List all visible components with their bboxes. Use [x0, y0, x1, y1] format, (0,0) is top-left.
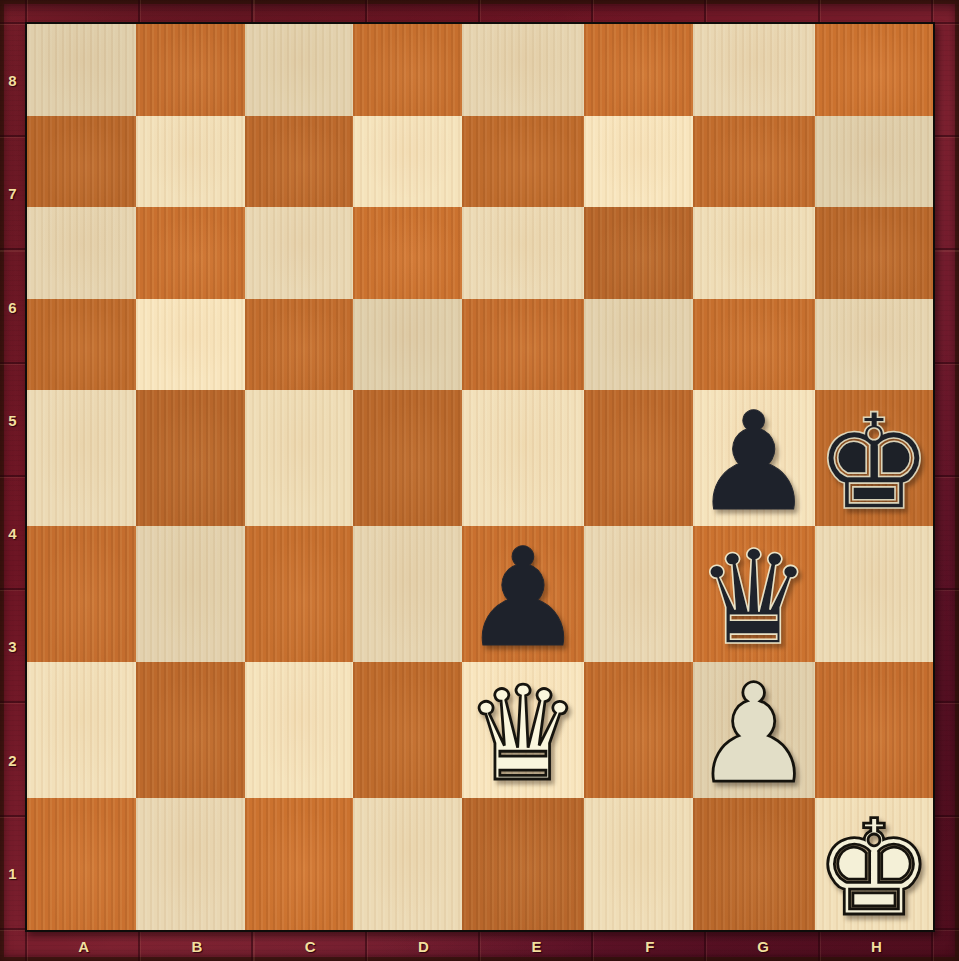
square-h4[interactable]: ♚	[815, 390, 933, 526]
square-c7[interactable]	[245, 116, 354, 208]
square-a1[interactable]	[27, 798, 136, 930]
square-h1[interactable]: ♚	[815, 798, 933, 930]
square-d6[interactable]	[353, 207, 462, 299]
square-g3[interactable]: ♛	[693, 526, 815, 662]
square-c6[interactable]	[245, 207, 354, 299]
square-d1[interactable]	[353, 798, 462, 930]
square-f6[interactable]	[584, 207, 693, 299]
square-h8[interactable]	[815, 24, 933, 116]
square-b8[interactable]	[136, 24, 245, 116]
square-h3[interactable]	[815, 526, 933, 662]
square-c4[interactable]	[245, 390, 354, 526]
square-e8[interactable]	[462, 24, 584, 116]
square-f7[interactable]	[584, 116, 693, 208]
file-label-a: A	[27, 938, 140, 955]
square-f3[interactable]	[584, 526, 693, 662]
square-f1[interactable]	[584, 798, 693, 930]
square-f5[interactable]	[584, 299, 693, 391]
black-king[interactable]: ♚	[815, 396, 933, 528]
square-h6[interactable]	[815, 207, 933, 299]
square-g8[interactable]	[693, 24, 815, 116]
file-labels: ABCDEFGH	[27, 932, 933, 961]
rank-label-5: 5	[8, 364, 16, 477]
square-a2[interactable]	[27, 662, 136, 798]
square-h2[interactable]	[815, 662, 933, 798]
square-g1[interactable]	[693, 798, 815, 930]
square-e7[interactable]	[462, 116, 584, 208]
square-a7[interactable]	[27, 116, 136, 208]
square-f2[interactable]	[584, 662, 693, 798]
square-a6[interactable]	[27, 207, 136, 299]
rank-label-8: 8	[8, 24, 16, 137]
square-f8[interactable]	[584, 24, 693, 116]
white-queen[interactable]: ♛	[465, 669, 582, 799]
square-c8[interactable]	[245, 24, 354, 116]
square-e1[interactable]	[462, 798, 584, 930]
square-a4[interactable]	[27, 390, 136, 526]
chess-board: ♟♚♟♛♛♟♚	[25, 22, 935, 932]
rank-label-2: 2	[8, 704, 16, 817]
square-g6[interactable]	[693, 207, 815, 299]
file-label-c: C	[254, 938, 367, 955]
square-b2[interactable]	[136, 662, 245, 798]
file-label-e: E	[480, 938, 593, 955]
black-pawn[interactable]: ♟	[462, 530, 584, 666]
square-c5[interactable]	[245, 299, 354, 391]
rank-label-3: 3	[8, 590, 16, 703]
file-label-d: D	[367, 938, 480, 955]
file-label-f: F	[593, 938, 706, 955]
square-g4[interactable]: ♟	[693, 390, 815, 526]
square-h7[interactable]	[815, 116, 933, 208]
square-e2[interactable]: ♛	[462, 662, 584, 798]
chess-app-window: { "game": { "type": "chess", "orientatio…	[0, 0, 959, 961]
square-c3[interactable]	[245, 526, 354, 662]
square-e3[interactable]: ♟	[462, 526, 584, 662]
rank-label-4: 4	[8, 477, 16, 590]
square-d2[interactable]	[353, 662, 462, 798]
square-a5[interactable]	[27, 299, 136, 391]
square-e6[interactable]	[462, 207, 584, 299]
square-g7[interactable]	[693, 116, 815, 208]
square-a3[interactable]	[27, 526, 136, 662]
white-pawn[interactable]: ♟	[693, 666, 815, 802]
square-b5[interactable]	[136, 299, 245, 391]
black-queen[interactable]: ♛	[695, 533, 812, 663]
square-b1[interactable]	[136, 798, 245, 930]
square-c2[interactable]	[245, 662, 354, 798]
square-g2[interactable]: ♟	[693, 662, 815, 798]
square-d8[interactable]	[353, 24, 462, 116]
square-c1[interactable]	[245, 798, 354, 930]
square-b6[interactable]	[136, 207, 245, 299]
square-h5[interactable]	[815, 299, 933, 391]
square-b7[interactable]	[136, 116, 245, 208]
square-d3[interactable]	[353, 526, 462, 662]
square-e5[interactable]	[462, 299, 584, 391]
square-b4[interactable]	[136, 390, 245, 526]
square-d5[interactable]	[353, 299, 462, 391]
rank-labels: 87654321	[0, 24, 25, 930]
rank-label-6: 6	[8, 251, 16, 364]
white-king[interactable]: ♚	[815, 802, 933, 934]
square-d4[interactable]	[353, 390, 462, 526]
file-label-g: G	[707, 938, 820, 955]
rank-label-1: 1	[8, 817, 16, 930]
rank-label-7: 7	[8, 137, 16, 250]
square-d7[interactable]	[353, 116, 462, 208]
square-f4[interactable]	[584, 390, 693, 526]
black-pawn[interactable]: ♟	[693, 394, 815, 530]
square-e4[interactable]	[462, 390, 584, 526]
file-label-h: H	[820, 938, 933, 955]
file-label-b: B	[140, 938, 253, 955]
square-b3[interactable]	[136, 526, 245, 662]
square-a8[interactable]	[27, 24, 136, 116]
square-g5[interactable]	[693, 299, 815, 391]
